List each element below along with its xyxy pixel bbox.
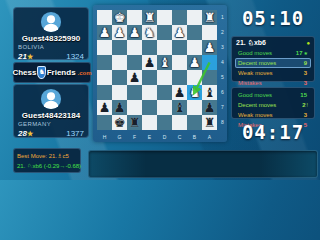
piece-black-rook-f8[interactable]: ♜ (127, 115, 142, 130)
piece-white-rook-a1[interactable]: ♜ (202, 10, 217, 25)
square-b1[interactable] (187, 10, 202, 25)
square-f6[interactable] (127, 85, 142, 100)
piece-black-pawn-c6[interactable]: ♟ (172, 85, 187, 100)
square-b8[interactable] (187, 115, 202, 130)
square-f5[interactable]: ♟ (127, 70, 142, 85)
square-h1[interactable] (97, 10, 112, 25)
analysis-panel-bottom: Good moves 15 Decent moves 2! Weak moves… (231, 87, 315, 119)
rank-labels: 12345678 (219, 10, 226, 130)
piece-white-pawn-h2[interactable]: ♟ (97, 25, 112, 40)
piece-white-knight-e2[interactable]: ♞ (142, 25, 157, 40)
square-h6[interactable] (97, 85, 112, 100)
square-b4[interactable]: ♟ (187, 55, 202, 70)
logo-text-com: .com (78, 70, 92, 76)
stat-row-decent[interactable]: Decent moves 9 (235, 58, 311, 68)
square-h7[interactable]: ♟ (97, 100, 112, 115)
piece-black-pawn-h7[interactable]: ♟ (97, 100, 112, 115)
piece-white-pawn-b4[interactable]: ♟ (187, 55, 202, 70)
chessfriends-logo[interactable]: Chess ♞ Friends .com (13, 62, 91, 83)
square-a7[interactable]: ♟ (202, 100, 217, 115)
square-g3[interactable] (112, 40, 127, 55)
avatar (40, 11, 62, 33)
square-e3[interactable] (142, 40, 157, 55)
square-f7[interactable] (127, 100, 142, 115)
player-stars: 28★ (18, 129, 33, 138)
piece-white-pawn-a3[interactable]: ♟ (202, 40, 217, 55)
square-a6[interactable]: ♝ (202, 85, 217, 100)
square-d5[interactable] (157, 70, 172, 85)
square-b6[interactable]: ♞ (187, 85, 202, 100)
square-g6[interactable] (112, 85, 127, 100)
logo-text-friends: Friends (47, 68, 76, 77)
player-name: Guest48325990 (18, 34, 84, 43)
move-class-dot-icon: ● (306, 40, 310, 46)
player-card-top: Guest48325990 BOLIVIA 21★ 1324 (13, 7, 89, 60)
square-d1[interactable] (157, 10, 172, 25)
square-d4[interactable]: ♝ (157, 55, 172, 70)
stat-row-good[interactable]: Good moves 15 (235, 90, 311, 100)
clock-top: 05:10 (231, 7, 315, 29)
square-f8[interactable]: ♜ (127, 115, 142, 130)
square-e5[interactable] (142, 70, 157, 85)
square-c7[interactable]: ♝ (172, 100, 187, 115)
move-list-panel[interactable] (88, 150, 318, 178)
best-move-text: Best Move: 21.♗c5 (17, 151, 77, 161)
piece-white-pawn-g2[interactable]: ♟ (112, 25, 127, 40)
square-f2[interactable]: ♟ (127, 25, 142, 40)
chess-board[interactable]: ♚♜♜♟♟♟♞♟♟♟♝♟♟♟♞♝♟♟♝♟♚♜♜ (97, 10, 217, 130)
square-c6[interactable]: ♟ (172, 85, 187, 100)
piece-black-pawn-g7[interactable]: ♟ (112, 100, 127, 115)
piece-white-king-g1[interactable]: ♚ (112, 10, 127, 25)
square-h5[interactable] (97, 70, 112, 85)
square-d8[interactable] (157, 115, 172, 130)
piece-white-pawn-f2[interactable]: ♟ (127, 25, 142, 40)
square-e8[interactable] (142, 115, 157, 130)
square-a1[interactable]: ♜ (202, 10, 217, 25)
square-c1[interactable] (172, 10, 187, 25)
star-icon: ★ (27, 53, 33, 60)
piece-black-bishop-a6[interactable]: ♝ (202, 85, 217, 100)
player-name: Guest48423184 (18, 111, 84, 120)
square-b3[interactable] (187, 40, 202, 55)
player-country: BOLIVIA (18, 44, 84, 50)
square-c2[interactable]: ♟ (172, 25, 187, 40)
piece-black-bishop-c7[interactable]: ♝ (172, 100, 187, 115)
square-h3[interactable] (97, 40, 112, 55)
square-e2[interactable]: ♞ (142, 25, 157, 40)
square-e6[interactable] (142, 85, 157, 100)
player-rating: 1377 (66, 129, 84, 138)
star-icon: ★ (27, 130, 33, 137)
square-d3[interactable] (157, 40, 172, 55)
piece-white-rook-e1[interactable]: ♜ (142, 10, 157, 25)
piece-white-bishop-d4[interactable]: ♝ (157, 55, 172, 70)
piece-white-pawn-c2[interactable]: ♟ (172, 25, 187, 40)
logo-text-chess: Chess (12, 68, 36, 77)
row-mark-icon: ! (307, 102, 308, 108)
square-c8[interactable] (172, 115, 187, 130)
square-g1[interactable]: ♚ (112, 10, 127, 25)
square-c3[interactable] (172, 40, 187, 55)
square-a4[interactable] (202, 55, 217, 70)
avatar (40, 88, 62, 110)
square-f1[interactable] (127, 10, 142, 25)
piece-black-pawn-e4[interactable]: ♟ (142, 55, 157, 70)
row-mark-icon: ★ (304, 50, 308, 56)
square-g5[interactable] (112, 70, 127, 85)
piece-black-rook-a8[interactable]: ♜ (202, 115, 217, 130)
square-f3[interactable] (127, 40, 142, 55)
square-g8[interactable]: ♚ (112, 115, 127, 130)
square-d2[interactable] (157, 25, 172, 40)
analysis-panel-top: 21. ♘xb6 ● Good moves 17★ Decent moves 9… (231, 36, 315, 82)
clock-bottom: 04:17 (231, 121, 315, 143)
player-card-bottom: Guest48423184 GERMANY 28★ 1377 (13, 84, 89, 138)
piece-black-pawn-a7[interactable]: ♟ (202, 100, 217, 115)
square-h8[interactable] (97, 115, 112, 130)
player-rating: 1324 (66, 52, 84, 61)
piece-black-pawn-f5[interactable]: ♟ (127, 70, 142, 85)
current-move-label: 21. ♘xb6 (236, 39, 266, 47)
square-b7[interactable] (187, 100, 202, 115)
square-e7[interactable] (142, 100, 157, 115)
square-h4[interactable] (97, 55, 112, 70)
stat-row-good[interactable]: Good moves 17★ (235, 48, 311, 58)
stat-row-weak[interactable]: Weak moves 3 (235, 110, 311, 120)
square-b2[interactable] (187, 25, 202, 40)
square-g2[interactable]: ♟ (112, 25, 127, 40)
best-move-box: Best Move: 21.♗c5 21. ♘xb6 (-0.29→-0.68) (13, 148, 81, 173)
square-a5[interactable] (202, 70, 217, 85)
piece-white-knight-b6[interactable]: ♞ (187, 85, 202, 100)
square-d7[interactable] (157, 100, 172, 115)
square-g7[interactable]: ♟ (112, 100, 127, 115)
player-stars: 21★ (18, 52, 33, 61)
stat-row-weak[interactable]: Weak moves 3 (235, 68, 311, 78)
piece-black-king-g8[interactable]: ♚ (112, 115, 127, 130)
square-a3[interactable]: ♟ (202, 40, 217, 55)
player-country: GERMANY (18, 121, 84, 127)
square-c4[interactable] (172, 55, 187, 70)
square-a2[interactable] (202, 25, 217, 40)
stat-row-decent[interactable]: Decent moves 2! (235, 100, 311, 110)
square-e4[interactable]: ♟ (142, 55, 157, 70)
square-e1[interactable]: ♜ (142, 10, 157, 25)
square-g4[interactable] (112, 55, 127, 70)
chess-board-frame: ♚♜♜♟♟♟♞♟♟♟♝♟♟♟♞♝♟♟♝♟♚♜♜ 12345678 hgfedcb… (93, 5, 227, 142)
square-f4[interactable] (127, 55, 142, 70)
square-c5[interactable] (172, 70, 187, 85)
played-move-eval-text: 21. ♘xb6 (-0.29→-0.68) (17, 161, 77, 171)
square-d6[interactable] (157, 85, 172, 100)
square-a8[interactable]: ♜ (202, 115, 217, 130)
knight-shield-icon: ♞ (37, 66, 45, 79)
square-h2[interactable]: ♟ (97, 25, 112, 40)
square-b5[interactable] (187, 70, 202, 85)
file-labels: hgfedcba (97, 134, 217, 140)
